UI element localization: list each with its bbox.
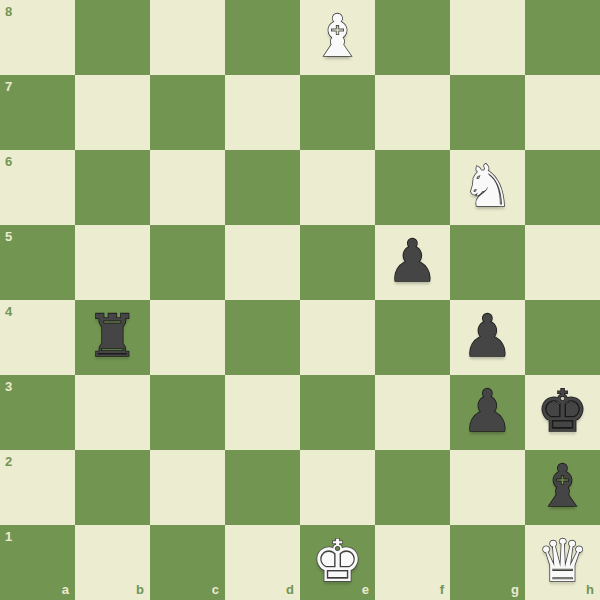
square-h4[interactable] xyxy=(525,300,600,375)
square-f5[interactable]: ♟ xyxy=(375,225,450,300)
rank-label-1: 1 xyxy=(5,530,12,543)
file-label-b: b xyxy=(136,583,144,596)
square-b5[interactable] xyxy=(75,225,150,300)
square-a5[interactable]: 5 xyxy=(0,225,75,300)
square-a1[interactable]: 1a xyxy=(0,525,75,600)
black-rook[interactable]: ♜ xyxy=(87,307,139,365)
square-h5[interactable] xyxy=(525,225,600,300)
square-g5[interactable] xyxy=(450,225,525,300)
black-bishop[interactable]: ♝ xyxy=(537,457,589,515)
square-a4[interactable]: 4 xyxy=(0,300,75,375)
white-knight[interactable]: ♞ xyxy=(462,157,514,215)
square-g7[interactable] xyxy=(450,75,525,150)
square-h8[interactable] xyxy=(525,0,600,75)
white-queen[interactable]: ♛ xyxy=(537,532,589,590)
square-g1[interactable]: g xyxy=(450,525,525,600)
square-e6[interactable] xyxy=(300,150,375,225)
square-e7[interactable] xyxy=(300,75,375,150)
file-label-d: d xyxy=(286,583,294,596)
square-f3[interactable] xyxy=(375,375,450,450)
square-b2[interactable] xyxy=(75,450,150,525)
square-f6[interactable] xyxy=(375,150,450,225)
rank-label-8: 8 xyxy=(5,5,12,18)
square-a6[interactable]: 6 xyxy=(0,150,75,225)
black-pawn[interactable]: ♟ xyxy=(387,232,439,290)
square-c4[interactable] xyxy=(150,300,225,375)
square-c3[interactable] xyxy=(150,375,225,450)
file-label-c: c xyxy=(212,583,219,596)
square-h7[interactable] xyxy=(525,75,600,150)
square-f8[interactable] xyxy=(375,0,450,75)
square-b6[interactable] xyxy=(75,150,150,225)
square-a7[interactable]: 7 xyxy=(0,75,75,150)
black-pawn[interactable]: ♟ xyxy=(462,307,514,365)
square-h6[interactable] xyxy=(525,150,600,225)
rank-label-2: 2 xyxy=(5,455,12,468)
square-a2[interactable]: 2 xyxy=(0,450,75,525)
square-d2[interactable] xyxy=(225,450,300,525)
square-g8[interactable] xyxy=(450,0,525,75)
rank-label-7: 7 xyxy=(5,80,12,93)
white-king[interactable]: ♚ xyxy=(312,532,364,590)
file-label-f: f xyxy=(440,583,444,596)
square-g3[interactable]: ♟ xyxy=(450,375,525,450)
square-e2[interactable] xyxy=(300,450,375,525)
square-f4[interactable] xyxy=(375,300,450,375)
square-g6[interactable]: ♞ xyxy=(450,150,525,225)
rank-label-5: 5 xyxy=(5,230,12,243)
square-e8[interactable]: ♝ xyxy=(300,0,375,75)
square-e4[interactable] xyxy=(300,300,375,375)
square-e3[interactable] xyxy=(300,375,375,450)
square-c2[interactable] xyxy=(150,450,225,525)
square-d7[interactable] xyxy=(225,75,300,150)
square-e5[interactable] xyxy=(300,225,375,300)
square-b4[interactable]: ♜ xyxy=(75,300,150,375)
square-c5[interactable] xyxy=(150,225,225,300)
square-b3[interactable] xyxy=(75,375,150,450)
square-e1[interactable]: e♚ xyxy=(300,525,375,600)
file-label-a: a xyxy=(62,583,69,596)
chess-board: 8♝76♞5♟4♜♟3♟♚2♝1abcde♚fgh♛ xyxy=(0,0,600,600)
square-h1[interactable]: h♛ xyxy=(525,525,600,600)
square-c8[interactable] xyxy=(150,0,225,75)
square-c1[interactable]: c xyxy=(150,525,225,600)
rank-label-3: 3 xyxy=(5,380,12,393)
file-label-g: g xyxy=(511,583,519,596)
square-b7[interactable] xyxy=(75,75,150,150)
square-c7[interactable] xyxy=(150,75,225,150)
square-a3[interactable]: 3 xyxy=(0,375,75,450)
square-f2[interactable] xyxy=(375,450,450,525)
rank-label-4: 4 xyxy=(5,305,12,318)
square-h2[interactable]: ♝ xyxy=(525,450,600,525)
square-b8[interactable] xyxy=(75,0,150,75)
square-g4[interactable]: ♟ xyxy=(450,300,525,375)
white-bishop[interactable]: ♝ xyxy=(312,7,364,65)
square-f7[interactable] xyxy=(375,75,450,150)
square-b1[interactable]: b xyxy=(75,525,150,600)
square-g2[interactable] xyxy=(450,450,525,525)
square-a8[interactable]: 8 xyxy=(0,0,75,75)
square-d5[interactable] xyxy=(225,225,300,300)
square-d4[interactable] xyxy=(225,300,300,375)
square-f1[interactable]: f xyxy=(375,525,450,600)
square-d1[interactable]: d xyxy=(225,525,300,600)
square-d8[interactable] xyxy=(225,0,300,75)
square-d3[interactable] xyxy=(225,375,300,450)
square-h3[interactable]: ♚ xyxy=(525,375,600,450)
square-c6[interactable] xyxy=(150,150,225,225)
square-d6[interactable] xyxy=(225,150,300,225)
black-king[interactable]: ♚ xyxy=(537,382,589,440)
black-pawn[interactable]: ♟ xyxy=(462,382,514,440)
rank-label-6: 6 xyxy=(5,155,12,168)
